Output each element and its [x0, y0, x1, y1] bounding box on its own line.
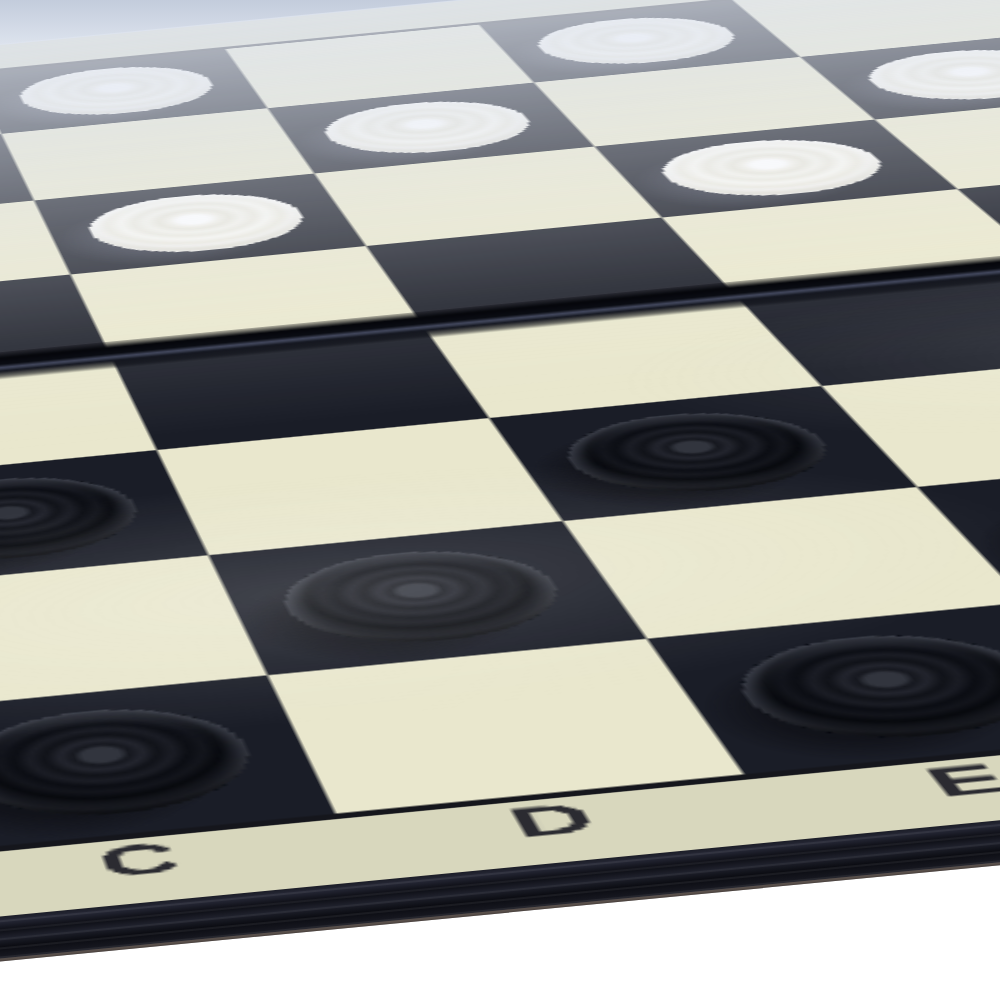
photo-stage: ABCDEFGH ⛀⛀⛀⛀⛀⛀⛀⛀⛀⛀⛀⛀⛂⛂⛂⛂⛂⛂⛂⛂⛂⛂⛂⛂ [0, 0, 1000, 1000]
